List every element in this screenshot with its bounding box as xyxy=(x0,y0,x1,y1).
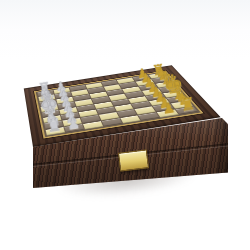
square xyxy=(138,112,159,120)
black-rook: ♜ xyxy=(178,95,196,115)
square: ♜ xyxy=(46,127,65,136)
brass-clasp xyxy=(118,149,149,171)
white-rook: ♜ xyxy=(45,116,63,136)
square xyxy=(83,121,103,129)
square xyxy=(111,99,130,106)
square xyxy=(120,115,141,123)
white-pawn: ♟ xyxy=(66,116,81,132)
square xyxy=(101,118,122,126)
square: ♟ xyxy=(64,124,84,132)
square xyxy=(135,107,156,115)
black-pawn: ♟ xyxy=(161,101,176,117)
product-photo-scene: ♜♟♟♜♞♟♟♞♝♟♟♝♛♟♟♛♚♟♟♚♝♟♟♝♞♟♟♞♜♟♟♜ xyxy=(0,0,250,250)
